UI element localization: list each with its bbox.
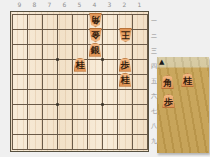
square-95[interactable] [12,74,27,89]
square-83[interactable] [27,44,42,59]
square-79[interactable] [42,134,57,149]
square-18[interactable] [132,119,147,134]
square-96[interactable] [12,89,27,104]
square-67[interactable] [57,104,72,119]
square-49[interactable] [87,134,102,149]
square-56[interactable] [72,89,87,104]
file-label: 7 [42,0,57,10]
square-73[interactable] [42,44,57,59]
square-27[interactable] [117,104,132,119]
square-81[interactable] [27,14,42,29]
square-13[interactable] [132,44,147,59]
piece-kanji: 角 [163,78,172,87]
square-52[interactable] [72,29,87,44]
square-82[interactable] [27,29,42,44]
rank-label: 二 [151,28,159,43]
piece-kanji: 角 [91,15,100,24]
file-label: 1 [132,0,147,10]
square-46[interactable] [87,89,102,104]
square-35[interactable] [102,74,117,89]
square-84[interactable] [27,59,42,74]
piece-kanji: 金 [91,30,100,39]
hand-piece-bishop[interactable]: 角 [161,75,174,89]
square-91[interactable] [12,14,27,29]
piece-kanji: 銀 [91,46,100,55]
square-45[interactable] [87,74,102,89]
square-59[interactable] [72,134,87,149]
square-69[interactable] [57,134,72,149]
square-14[interactable] [132,59,147,74]
komadai-sente: ▲ 角桂歩 [157,57,209,153]
square-97[interactable] [12,104,27,119]
square-64[interactable] [57,59,72,74]
square-62[interactable] [57,29,72,44]
square-85[interactable] [27,74,42,89]
file-label: 6 [57,0,72,10]
square-29[interactable] [117,134,132,149]
square-33[interactable] [102,44,117,59]
piece-kanji: 桂 [76,61,85,70]
square-61[interactable] [57,14,72,29]
file-label: 9 [12,0,27,10]
piece-kanji: 歩 [164,97,173,106]
square-51[interactable] [72,14,87,29]
rank-label: 三 [151,43,159,58]
star-point [56,58,59,61]
star-point [101,58,104,61]
piece-kanji: 王 [121,30,130,39]
tsume-shogi-widget: 987654321 一二三四五六七八九 ▲ 角桂歩 角金王銀桂歩桂 [0,0,210,157]
file-labels: 987654321 [12,0,148,10]
square-76[interactable] [42,89,57,104]
square-75[interactable] [42,74,57,89]
star-point [101,103,104,106]
square-26[interactable] [117,89,132,104]
square-17[interactable] [132,104,147,119]
square-66[interactable] [57,89,72,104]
square-34[interactable] [102,59,117,74]
square-19[interactable] [132,134,147,149]
sente-marker: ▲ [159,57,164,67]
square-28[interactable] [117,119,132,134]
square-31[interactable] [102,14,117,29]
square-88[interactable] [27,119,42,134]
square-21[interactable] [117,14,132,29]
square-89[interactable] [27,134,42,149]
square-38[interactable] [102,119,117,134]
square-48[interactable] [87,119,102,134]
hand-piece-knight[interactable]: 桂 [181,73,194,87]
hand-piece-pawn[interactable]: 歩 [162,94,175,108]
square-16[interactable] [132,89,147,104]
square-86[interactable] [27,89,42,104]
square-58[interactable] [72,119,87,134]
square-44[interactable] [87,59,102,74]
square-11[interactable] [132,14,147,29]
file-label: 5 [72,0,87,10]
square-65[interactable] [57,74,72,89]
square-47[interactable] [87,104,102,119]
star-point [56,103,59,106]
square-15[interactable] [132,74,147,89]
square-99[interactable] [12,134,27,149]
square-37[interactable] [102,104,117,119]
file-label: 8 [27,0,42,10]
square-63[interactable] [57,44,72,59]
square-72[interactable] [42,29,57,44]
square-32[interactable] [102,29,117,44]
piece-kanji: 歩 [121,61,130,70]
file-label: 4 [87,0,102,10]
square-93[interactable] [12,44,27,59]
square-53[interactable] [72,44,87,59]
square-39[interactable] [102,134,117,149]
square-87[interactable] [27,104,42,119]
square-77[interactable] [42,104,57,119]
square-98[interactable] [12,119,27,134]
square-68[interactable] [57,119,72,134]
rank-label: 一 [151,13,159,28]
square-55[interactable] [72,74,87,89]
square-36[interactable] [102,89,117,104]
square-71[interactable] [42,14,57,29]
square-74[interactable] [42,59,57,74]
square-23[interactable] [117,44,132,59]
square-12[interactable] [132,29,147,44]
square-57[interactable] [72,104,87,119]
file-label: 3 [102,0,117,10]
piece-kanji: 桂 [183,76,192,85]
square-78[interactable] [42,119,57,134]
square-92[interactable] [12,29,27,44]
piece-kanji: 桂 [121,76,130,85]
square-94[interactable] [12,59,27,74]
file-label: 2 [117,0,132,10]
